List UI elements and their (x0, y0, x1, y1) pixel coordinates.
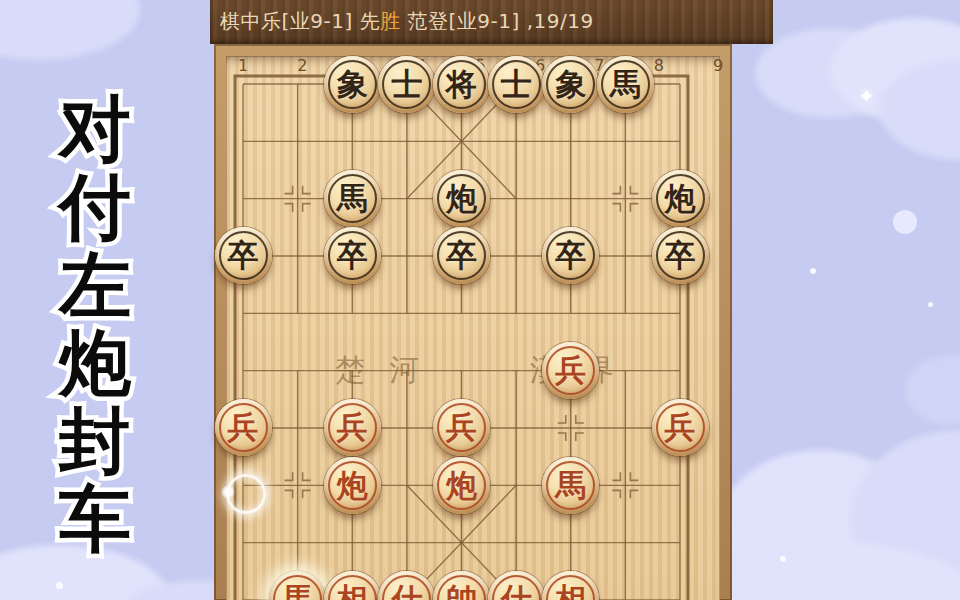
title-char: 付付 (52, 168, 138, 246)
piece-glyph: 炮 (446, 470, 477, 501)
title-char: 封封 (52, 402, 138, 480)
piece-red-elephant[interactable]: 相 (324, 571, 381, 600)
app-screen: ✦ 对对付付左左炮炮封封车车 棋中乐[业9-1] 先胜 范登[业9-1] ,19… (0, 0, 960, 600)
piece-glyph: 馬 (282, 584, 313, 600)
piece-black-advisor[interactable]: 士 (378, 56, 435, 113)
piece-red-soldier[interactable]: 兵 (324, 399, 381, 456)
match-result-highlight: 胜 (380, 9, 401, 33)
piece-black-horse[interactable]: 馬 (324, 170, 381, 227)
piece-glyph: 士 (391, 69, 422, 100)
title-char: 炮炮 (52, 324, 138, 402)
piece-glyph: 将 (446, 69, 477, 100)
piece-red-soldier[interactable]: 兵 (652, 399, 709, 456)
piece-glyph: 兵 (228, 412, 259, 443)
piece-glyph: 炮 (665, 183, 696, 214)
cloud (0, 0, 140, 60)
piece-glyph: 炮 (446, 183, 477, 214)
piece-glyph: 仕 (391, 584, 422, 600)
piece-glyph: 兵 (337, 412, 368, 443)
piece-glyph: 士 (501, 69, 532, 100)
match-info-bar: 棋中乐[业9-1] 先胜 范登[业9-1] ,19/19 (210, 0, 773, 44)
piece-black-cannon[interactable]: 炮 (652, 170, 709, 227)
sparkle-icon: ✦ (858, 84, 875, 108)
title-char: 对对 (52, 90, 138, 168)
title-char: 左左 (52, 246, 138, 324)
pieces-layer: 象士将士象馬馬炮炮卒卒卒卒卒兵兵兵兵兵炮炮馬馬相仕帥仕相 (214, 44, 732, 600)
piece-glyph: 帥 (446, 584, 477, 600)
cloud (905, 355, 960, 425)
piece-red-advisor[interactable]: 仕 (378, 571, 435, 600)
piece-glyph: 相 (555, 584, 586, 600)
match-players-left: 棋中乐[业9-1] 先 (220, 9, 380, 33)
piece-glyph: 卒 (228, 240, 259, 271)
piece-red-general[interactable]: 帥 (433, 571, 490, 600)
piece-black-soldier[interactable]: 卒 (324, 227, 381, 284)
piece-black-advisor[interactable]: 士 (488, 56, 545, 113)
piece-glyph: 卒 (446, 240, 477, 271)
piece-glyph: 炮 (337, 470, 368, 501)
river-label-left: 楚河 (335, 350, 443, 391)
sparkle-glow (221, 485, 235, 499)
title-char: 车车 (52, 480, 138, 558)
piece-glyph: 兵 (446, 412, 477, 443)
piece-glyph: 相 (337, 584, 368, 600)
piece-glyph: 馬 (610, 69, 641, 100)
match-info-text: 棋中乐[业9-1] 先胜 范登[业9-1] ,19/19 (210, 0, 773, 42)
piece-red-soldier[interactable]: 兵 (215, 399, 272, 456)
piece-glyph: 象 (555, 69, 586, 100)
piece-black-soldier[interactable]: 卒 (542, 227, 599, 284)
piece-black-soldier[interactable]: 卒 (215, 227, 272, 284)
piece-black-soldier[interactable]: 卒 (652, 227, 709, 284)
piece-black-elephant[interactable]: 象 (324, 56, 381, 113)
video-caption-vertical: 对对付付左左炮炮封封车车 (52, 90, 138, 558)
piece-glyph: 馬 (337, 183, 368, 214)
piece-glyph: 馬 (555, 470, 586, 501)
piece-red-soldier[interactable]: 兵 (433, 399, 490, 456)
piece-black-horse[interactable]: 馬 (597, 56, 654, 113)
piece-red-elephant[interactable]: 相 (542, 571, 599, 600)
piece-red-cannon[interactable]: 炮 (433, 457, 490, 514)
piece-red-soldier[interactable]: 兵 (542, 342, 599, 399)
sparkle-dot (56, 582, 63, 589)
cloud-dot (893, 210, 917, 234)
piece-glyph: 仕 (501, 584, 532, 600)
piece-glyph: 象 (337, 69, 368, 100)
piece-red-advisor[interactable]: 仕 (488, 571, 545, 600)
piece-glyph: 兵 (665, 412, 696, 443)
match-players-right: 范登[业9-1] ,19/19 (401, 9, 594, 33)
piece-red-horse[interactable]: 馬 (269, 571, 326, 600)
sparkle-dot (928, 302, 933, 307)
piece-red-cannon[interactable]: 炮 (324, 457, 381, 514)
xiangqi-board-frame: 123456789 楚河 漢界 象士将士象馬馬炮炮卒卒卒卒卒兵兵兵兵兵炮炮馬馬相… (214, 44, 732, 600)
sparkle-dot (810, 268, 816, 274)
piece-black-elephant[interactable]: 象 (542, 56, 599, 113)
piece-black-general[interactable]: 将 (433, 56, 490, 113)
piece-glyph: 卒 (555, 240, 586, 271)
sparkle-dot (780, 556, 786, 562)
piece-glyph: 卒 (337, 240, 368, 271)
piece-black-soldier[interactable]: 卒 (433, 227, 490, 284)
last-move-from-indicator (226, 474, 266, 514)
piece-glyph: 卒 (665, 240, 696, 271)
piece-red-horse[interactable]: 馬 (542, 457, 599, 514)
piece-black-cannon[interactable]: 炮 (433, 170, 490, 227)
piece-glyph: 兵 (555, 355, 586, 386)
